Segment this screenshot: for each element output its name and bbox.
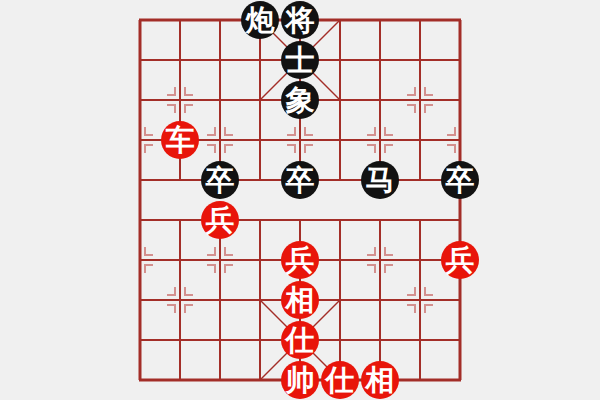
red-soldier[interactable]: 兵 bbox=[281, 241, 319, 279]
black-cannon[interactable]: 炮 bbox=[241, 1, 279, 39]
black-horse[interactable]: 马 bbox=[361, 161, 399, 199]
red-elephant[interactable]: 相 bbox=[281, 281, 319, 319]
piece-grid: 炮将士象车卒卒马卒兵兵兵相仕帅仕相 bbox=[120, 0, 480, 400]
red-elephant[interactable]: 相 bbox=[361, 361, 399, 399]
black-general[interactable]: 将 bbox=[281, 1, 319, 39]
black-advisor[interactable]: 士 bbox=[281, 41, 319, 79]
black-soldier[interactable]: 卒 bbox=[201, 161, 239, 199]
red-soldier[interactable]: 兵 bbox=[201, 201, 239, 239]
red-chariot[interactable]: 车 bbox=[161, 121, 199, 159]
black-elephant[interactable]: 象 bbox=[281, 81, 319, 119]
red-advisor[interactable]: 仕 bbox=[281, 321, 319, 359]
black-soldier[interactable]: 卒 bbox=[281, 161, 319, 199]
red-advisor[interactable]: 仕 bbox=[321, 361, 359, 399]
xiangqi-screen: 炮将士象车卒卒马卒兵兵兵相仕帅仕相 bbox=[0, 0, 600, 400]
xiangqi-board: 炮将士象车卒卒马卒兵兵兵相仕帅仕相 bbox=[0, 0, 600, 400]
red-soldier[interactable]: 兵 bbox=[441, 241, 479, 279]
red-general[interactable]: 帅 bbox=[281, 361, 319, 399]
black-soldier[interactable]: 卒 bbox=[441, 161, 479, 199]
